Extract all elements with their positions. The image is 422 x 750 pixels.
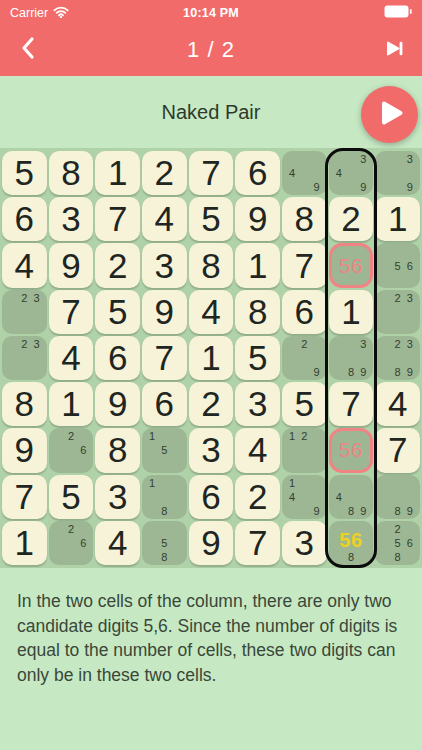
candidate-6: 6 [77, 536, 89, 550]
candidate-2: 2 [392, 291, 404, 305]
candidate-grid: 389 [333, 337, 370, 379]
cell-r5c1[interactable]: 23 [2, 336, 47, 380]
cell-r4c7[interactable]: 6 [282, 290, 327, 334]
cell-r8c2[interactable]: 5 [49, 475, 94, 519]
candidate-grid: 489 [333, 476, 370, 518]
candidate-grid: 349 [333, 152, 370, 194]
candidate-grid: 149 [286, 476, 323, 518]
candidate-2: 2 [392, 337, 404, 351]
technique-header: Naked Pair [0, 76, 422, 148]
candidate-9: 9 [404, 180, 416, 194]
cell-r2c8[interactable]: 2 [329, 197, 374, 241]
cell-r7c9[interactable]: 7 [375, 428, 420, 472]
cell-r9c6[interactable]: 7 [235, 521, 280, 565]
cell-r1c4[interactable]: 2 [142, 151, 187, 195]
candidate-3: 3 [357, 337, 369, 351]
cell-r1c9[interactable]: 39 [375, 151, 420, 195]
cell-r9c4[interactable]: 58 [142, 521, 187, 565]
candidate-3: 3 [30, 337, 42, 351]
cell-r4c6[interactable]: 8 [235, 290, 280, 334]
candidate-3: 3 [30, 291, 42, 305]
cell-r5c4[interactable]: 7 [142, 336, 187, 380]
candidate-4: 4 [333, 490, 345, 504]
cell-r3c3[interactable]: 2 [95, 243, 140, 287]
cell-r6c6[interactable]: 3 [235, 382, 280, 426]
candidate-2: 2 [65, 522, 77, 536]
cell-r7c6[interactable]: 4 [235, 428, 280, 472]
cell-r6c8[interactable]: 7 [329, 382, 374, 426]
page-indicator: 1 / 2 [42, 37, 380, 63]
play-icon [375, 99, 405, 131]
candidate-6: 6 [77, 443, 89, 457]
candidate-9: 9 [310, 504, 322, 518]
cell-r1c6[interactable]: 6 [235, 151, 280, 195]
cell-r3c4[interactable]: 3 [142, 243, 187, 287]
cell-r5c3[interactable]: 6 [95, 336, 140, 380]
play-button[interactable] [361, 86, 418, 143]
candidate-grid: 58 [146, 522, 183, 564]
carrier-label: Carrier [10, 6, 48, 20]
cell-r7c7[interactable]: 12 [282, 428, 327, 472]
candidate-3: 3 [404, 337, 416, 351]
cell-r2c9[interactable]: 1 [375, 197, 420, 241]
cell-r7c2[interactable]: 26 [49, 428, 94, 472]
cell-r8c3[interactable]: 3 [95, 475, 140, 519]
candidate-grid: 15 [146, 429, 183, 471]
candidate-8: 8 [392, 504, 404, 518]
candidate-grid: 26 [53, 522, 90, 564]
candidate-grid: 56 [379, 244, 416, 286]
cell-r9c2[interactable]: 26 [49, 521, 94, 565]
cell-r6c2[interactable]: 1 [49, 382, 94, 426]
cell-r5c7[interactable]: 29 [282, 336, 327, 380]
cell-r1c5[interactable]: 7 [189, 151, 234, 195]
app-screen: Carrier 10:14 PM [0, 0, 422, 750]
skip-to-end-button[interactable] [380, 36, 408, 64]
cell-r4c2[interactable]: 7 [49, 290, 94, 334]
chevron-left-icon [18, 35, 38, 65]
naked-pair-digits: 56 [339, 254, 363, 278]
cell-r6c7[interactable]: 5 [282, 382, 327, 426]
cell-r9c9[interactable]: 2568 [375, 521, 420, 565]
candidate-3: 3 [404, 291, 416, 305]
cell-r2c1[interactable]: 6 [2, 197, 47, 241]
candidate-6: 6 [404, 259, 416, 273]
cell-r3c9[interactable]: 56 [375, 243, 420, 287]
board-area: 5812764934939637459821492381756562375948… [0, 148, 422, 568]
candidate-1: 1 [286, 476, 298, 490]
clock: 10:14 PM [130, 6, 292, 20]
wifi-icon [53, 6, 69, 21]
cell-r6c1[interactable]: 8 [2, 382, 47, 426]
cell-r7c5[interactable]: 3 [189, 428, 234, 472]
candidate-2: 2 [298, 429, 310, 443]
cell-r7c3[interactable]: 8 [95, 428, 140, 472]
candidate-9: 9 [310, 365, 322, 379]
cell-r9c1[interactable]: 1 [2, 521, 47, 565]
technique-title: Naked Pair [162, 101, 261, 124]
cell-r4c9[interactable]: 23 [375, 290, 420, 334]
candidate-8: 8 [345, 550, 357, 564]
candidate-grid: 23 [6, 337, 43, 379]
eliminated-pair-digits: 56 [339, 529, 362, 552]
nav-bar: 1 / 2 [0, 24, 422, 76]
candidate-grid: 29 [286, 337, 323, 379]
cell-r5c6[interactable]: 5 [235, 336, 280, 380]
cell-r3c8[interactable]: 56 [329, 243, 374, 287]
cell-r1c3[interactable]: 1 [95, 151, 140, 195]
cell-r8c1[interactable]: 7 [2, 475, 47, 519]
cell-r9c5[interactable]: 9 [189, 521, 234, 565]
cell-r6c5[interactable]: 2 [189, 382, 234, 426]
cell-r4c5[interactable]: 4 [189, 290, 234, 334]
candidate-grid: 23 [379, 291, 416, 333]
cell-r5c9[interactable]: 2389 [375, 336, 420, 380]
candidate-grid: 39 [379, 152, 416, 194]
cell-r1c2[interactable]: 8 [49, 151, 94, 195]
candidate-6: 6 [404, 536, 416, 550]
candidate-8: 8 [392, 550, 404, 564]
cell-r5c2[interactable]: 4 [49, 336, 94, 380]
cell-r2c7[interactable]: 8 [282, 197, 327, 241]
cell-r8c7[interactable]: 149 [282, 475, 327, 519]
candidate-4: 4 [286, 166, 298, 180]
explanation-text: In the two cells of the column, there ar… [0, 568, 422, 687]
candidate-4: 4 [286, 490, 298, 504]
candidate-8: 8 [345, 504, 357, 518]
cell-r4c8[interactable]: 1 [329, 290, 374, 334]
candidate-3: 3 [404, 152, 416, 166]
cell-r9c7[interactable]: 3 [282, 521, 327, 565]
candidate-9: 9 [357, 180, 369, 194]
cell-r8c8[interactable]: 489 [329, 475, 374, 519]
candidate-8: 8 [392, 365, 404, 379]
cell-r7c8[interactable]: 56 [329, 428, 374, 472]
cell-r2c4[interactable]: 4 [142, 197, 187, 241]
back-button[interactable] [14, 36, 42, 64]
cell-r6c3[interactable]: 9 [95, 382, 140, 426]
cell-r7c1[interactable]: 9 [2, 428, 47, 472]
cell-r4c1[interactable]: 23 [2, 290, 47, 334]
candidate-2: 2 [298, 337, 310, 351]
cell-r1c7[interactable]: 49 [282, 151, 327, 195]
candidate-9: 9 [357, 365, 369, 379]
header-area: Carrier 10:14 PM [0, 0, 422, 76]
candidate-8: 8 [158, 550, 170, 564]
cell-r2c6[interactable]: 9 [235, 197, 280, 241]
candidate-8: 8 [158, 504, 170, 518]
cell-r8c9[interactable]: 89 [375, 475, 420, 519]
candidate-5: 5 [158, 443, 170, 457]
candidate-3: 3 [357, 152, 369, 166]
cell-r8c6[interactable]: 2 [235, 475, 280, 519]
candidate-grid: 2389 [379, 337, 416, 379]
cell-r5c8[interactable]: 389 [329, 336, 374, 380]
status-bar: Carrier 10:14 PM [0, 0, 422, 24]
cell-r7c4[interactable]: 15 [142, 428, 187, 472]
candidate-5: 5 [392, 259, 404, 273]
cell-r3c5[interactable]: 8 [189, 243, 234, 287]
candidate-2: 2 [18, 337, 30, 351]
cell-r8c5[interactable]: 6 [189, 475, 234, 519]
cell-r3c7[interactable]: 7 [282, 243, 327, 287]
candidate-8: 8 [345, 365, 357, 379]
sudoku-board: 5812764934939637459821492381756562375948… [0, 148, 422, 568]
candidate-9: 9 [404, 365, 416, 379]
cell-r2c3[interactable]: 7 [95, 197, 140, 241]
candidate-grid: 49 [286, 152, 323, 194]
cell-r4c4[interactable]: 9 [142, 290, 187, 334]
candidate-9: 9 [357, 504, 369, 518]
candidate-grid: 23 [6, 291, 43, 333]
candidate-2: 2 [65, 429, 77, 443]
cell-r8c4[interactable]: 18 [142, 475, 187, 519]
cell-r9c3[interactable]: 4 [95, 521, 140, 565]
candidate-5: 5 [158, 536, 170, 550]
candidate-9: 9 [404, 504, 416, 518]
cell-r3c6[interactable]: 1 [235, 243, 280, 287]
candidate-grid: 89 [379, 476, 416, 518]
cell-r6c9[interactable]: 4 [375, 382, 420, 426]
candidate-9: 9 [310, 180, 322, 194]
cell-r3c2[interactable]: 9 [49, 243, 94, 287]
cell-r3c1[interactable]: 4 [2, 243, 47, 287]
naked-pair-digits: 56 [339, 438, 363, 462]
battery-icon [384, 5, 412, 21]
candidate-5: 5 [392, 536, 404, 550]
candidate-1: 1 [146, 429, 158, 443]
candidate-grid: 18 [146, 476, 183, 518]
skip-to-end-icon [385, 39, 404, 62]
candidate-2: 2 [18, 291, 30, 305]
cell-r9c8[interactable]: 856 [329, 521, 374, 565]
cell-r4c3[interactable]: 5 [95, 290, 140, 334]
candidate-grid: 2568 [379, 522, 416, 564]
cell-r2c5[interactable]: 5 [189, 197, 234, 241]
cell-r5c5[interactable]: 1 [189, 336, 234, 380]
candidate-2: 2 [392, 522, 404, 536]
candidate-1: 1 [146, 476, 158, 490]
cell-r2c2[interactable]: 3 [49, 197, 94, 241]
cell-r6c4[interactable]: 6 [142, 382, 187, 426]
candidate-grid: 12 [286, 429, 323, 471]
candidate-4: 4 [333, 166, 345, 180]
cell-r1c1[interactable]: 5 [2, 151, 47, 195]
candidate-grid: 26 [53, 429, 90, 471]
candidate-1: 1 [286, 429, 298, 443]
cell-r1c8[interactable]: 349 [329, 151, 374, 195]
